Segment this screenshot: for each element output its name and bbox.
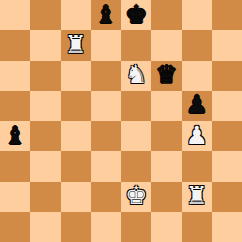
square-a1[interactable] bbox=[0, 212, 30, 242]
square-c8[interactable] bbox=[61, 0, 91, 30]
chess-board: ♝♚♜♞♛♟♝♟♚♜ bbox=[0, 0, 242, 242]
square-b7[interactable] bbox=[30, 30, 60, 60]
square-f8[interactable] bbox=[151, 0, 181, 30]
square-g8[interactable] bbox=[182, 0, 212, 30]
square-h2[interactable] bbox=[212, 182, 242, 212]
square-a2[interactable] bbox=[0, 182, 30, 212]
square-g2[interactable]: ♜ bbox=[182, 182, 212, 212]
square-c2[interactable] bbox=[61, 182, 91, 212]
square-h8[interactable] bbox=[212, 0, 242, 30]
square-a3[interactable] bbox=[0, 151, 30, 181]
square-b5[interactable] bbox=[30, 91, 60, 121]
piece-white-rook[interactable]: ♜ bbox=[185, 183, 207, 208]
piece-white-knight[interactable]: ♞ bbox=[125, 62, 147, 87]
square-g7[interactable] bbox=[182, 30, 212, 60]
square-f3[interactable] bbox=[151, 151, 181, 181]
square-a8[interactable] bbox=[0, 0, 30, 30]
square-b4[interactable] bbox=[30, 121, 60, 151]
square-h1[interactable] bbox=[212, 212, 242, 242]
square-c1[interactable] bbox=[61, 212, 91, 242]
piece-black-pawn[interactable]: ♟ bbox=[185, 92, 207, 117]
square-a7[interactable] bbox=[0, 30, 30, 60]
square-d5[interactable] bbox=[91, 91, 121, 121]
square-d2[interactable] bbox=[91, 182, 121, 212]
square-a4[interactable]: ♝ bbox=[0, 121, 30, 151]
square-f4[interactable] bbox=[151, 121, 181, 151]
square-c5[interactable] bbox=[61, 91, 91, 121]
square-c4[interactable] bbox=[61, 121, 91, 151]
square-g4[interactable]: ♟ bbox=[182, 121, 212, 151]
square-b8[interactable] bbox=[30, 0, 60, 30]
square-g1[interactable] bbox=[182, 212, 212, 242]
square-e5[interactable] bbox=[121, 91, 151, 121]
piece-white-rook[interactable]: ♜ bbox=[64, 32, 86, 57]
square-a6[interactable] bbox=[0, 61, 30, 91]
square-b2[interactable] bbox=[30, 182, 60, 212]
piece-black-king[interactable]: ♚ bbox=[125, 2, 147, 27]
square-h3[interactable] bbox=[212, 151, 242, 181]
square-g5[interactable]: ♟ bbox=[182, 91, 212, 121]
square-d8[interactable]: ♝ bbox=[91, 0, 121, 30]
square-e6[interactable]: ♞ bbox=[121, 61, 151, 91]
square-d1[interactable] bbox=[91, 212, 121, 242]
square-b1[interactable] bbox=[30, 212, 60, 242]
square-e1[interactable] bbox=[121, 212, 151, 242]
square-b3[interactable] bbox=[30, 151, 60, 181]
square-f6[interactable]: ♛ bbox=[151, 61, 181, 91]
square-e4[interactable] bbox=[121, 121, 151, 151]
square-h6[interactable] bbox=[212, 61, 242, 91]
square-e7[interactable] bbox=[121, 30, 151, 60]
square-c6[interactable] bbox=[61, 61, 91, 91]
square-e3[interactable] bbox=[121, 151, 151, 181]
piece-black-queen[interactable]: ♛ bbox=[155, 62, 177, 87]
piece-black-bishop[interactable]: ♝ bbox=[4, 123, 26, 148]
piece-white-pawn[interactable]: ♟ bbox=[185, 123, 207, 148]
square-f5[interactable] bbox=[151, 91, 181, 121]
square-d6[interactable] bbox=[91, 61, 121, 91]
square-d7[interactable] bbox=[91, 30, 121, 60]
square-c3[interactable] bbox=[61, 151, 91, 181]
square-b6[interactable] bbox=[30, 61, 60, 91]
piece-black-bishop[interactable]: ♝ bbox=[95, 2, 117, 27]
square-f1[interactable] bbox=[151, 212, 181, 242]
square-e2[interactable]: ♚ bbox=[121, 182, 151, 212]
square-f7[interactable] bbox=[151, 30, 181, 60]
piece-white-king[interactable]: ♚ bbox=[125, 183, 147, 208]
square-g6[interactable] bbox=[182, 61, 212, 91]
square-e8[interactable]: ♚ bbox=[121, 0, 151, 30]
square-h5[interactable] bbox=[212, 91, 242, 121]
square-h4[interactable] bbox=[212, 121, 242, 151]
square-d4[interactable] bbox=[91, 121, 121, 151]
chess-board-container: ♝♚♜♞♛♟♝♟♚♜ bbox=[0, 0, 242, 242]
square-d3[interactable] bbox=[91, 151, 121, 181]
square-c7[interactable]: ♜ bbox=[61, 30, 91, 60]
square-g3[interactable] bbox=[182, 151, 212, 181]
square-f2[interactable] bbox=[151, 182, 181, 212]
square-a5[interactable] bbox=[0, 91, 30, 121]
square-h7[interactable] bbox=[212, 30, 242, 60]
